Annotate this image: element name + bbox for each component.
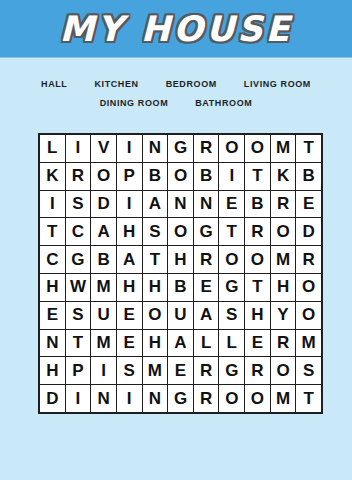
grid-cell[interactable]: N [143,135,168,162]
grid-cell[interactable]: S [296,357,321,384]
grid-cell[interactable]: O [219,385,244,412]
grid-cell[interactable]: H [168,246,193,273]
grid-cell[interactable]: G [219,274,244,301]
grid-cell[interactable]: I [40,191,65,218]
grid-cell[interactable]: T [66,330,91,357]
word-list-item: HALL [41,79,67,89]
grid-cell[interactable]: U [91,302,116,329]
grid-cell[interactable]: M [296,330,321,357]
grid-cell[interactable]: U [168,302,193,329]
grid-cell[interactable]: T [245,274,270,301]
grid-cell[interactable]: D [40,385,65,412]
grid-cell[interactable]: R [194,246,219,273]
grid-cell[interactable]: T [40,218,65,245]
grid-cell[interactable]: G [66,246,91,273]
grid-cell[interactable]: S [66,302,91,329]
grid-cell[interactable]: H [271,274,296,301]
grid-cell[interactable]: M [143,357,168,384]
grid-cell[interactable]: G [168,135,193,162]
grid-cell[interactable]: G [219,357,244,384]
grid-cell[interactable]: O [91,163,116,190]
word-list: HALLKITCHENBEDROOMLIVING ROOMDINING ROOM… [0,79,352,108]
grid-cell[interactable]: B [194,163,219,190]
grid-cell[interactable]: P [66,357,91,384]
grid-cell[interactable]: A [194,302,219,329]
grid-cell[interactable]: E [245,330,270,357]
grid-cell[interactable]: H [117,218,142,245]
grid-cell[interactable]: C [66,218,91,245]
grid-cell[interactable]: N [194,191,219,218]
grid-cell[interactable]: I [117,135,142,162]
grid-cell[interactable]: G [168,385,193,412]
grid-cell[interactable]: W [66,274,91,301]
grid-cell[interactable]: R [271,330,296,357]
grid-cell[interactable]: S [219,302,244,329]
grid-cell[interactable]: P [117,163,142,190]
grid-cell[interactable]: N [91,385,116,412]
grid-cell[interactable]: R [66,163,91,190]
grid-cell[interactable]: B [143,163,168,190]
grid-cell[interactable]: E [168,357,193,384]
word-list-item: BATHROOM [195,98,252,108]
grid-cell[interactable]: G [194,218,219,245]
grid-cell[interactable]: O [245,246,270,273]
grid-cell[interactable]: M [271,385,296,412]
word-list-row: HALLKITCHENBEDROOMLIVING ROOM [41,79,311,89]
grid-cell[interactable]: E [40,302,65,329]
grid-cell[interactable]: T [296,385,321,412]
word-search-grid: LIVINGROOMTKROPBOBITKBISDIANNEBRETCAHSOG… [38,133,323,414]
header: MY HOUSE [0,0,352,58]
grid-cell[interactable]: T [296,135,321,162]
grid-cell[interactable]: D [296,218,321,245]
grid-cell[interactable]: O [271,357,296,384]
grid-cell[interactable]: E [194,274,219,301]
grid-cell[interactable]: O [143,302,168,329]
grid-cell[interactable]: H [143,274,168,301]
grid-cell[interactable]: H [40,357,65,384]
grid-cell[interactable]: I [66,135,91,162]
grid-cell[interactable]: T [245,163,270,190]
grid-cell[interactable]: B [91,246,116,273]
grid-cell[interactable]: L [194,330,219,357]
grid-cell[interactable]: B [296,163,321,190]
grid-cell[interactable]: I [117,385,142,412]
puzzle-title: MY HOUSE [60,9,293,49]
grid-cell[interactable]: H [143,330,168,357]
grid-cell[interactable]: O [245,135,270,162]
grid-cell[interactable]: V [91,135,116,162]
grid-cell[interactable]: O [296,302,321,329]
grid-cell[interactable]: E [219,191,244,218]
grid-cell[interactable]: H [40,274,65,301]
grid-cell[interactable]: S [117,357,142,384]
grid-cell[interactable]: B [168,274,193,301]
grid-cell[interactable]: M [91,274,116,301]
grid-cell[interactable]: N [143,385,168,412]
grid-cell[interactable]: R [194,385,219,412]
grid-cell[interactable]: R [245,357,270,384]
grid-cell[interactable]: H [117,274,142,301]
grid-cell[interactable]: I [219,163,244,190]
grid-cell[interactable]: O [219,135,244,162]
grid-cell[interactable]: O [271,218,296,245]
grid-cell[interactable]: T [143,246,168,273]
grid-cell[interactable]: T [219,218,244,245]
word-list-item: LIVING ROOM [244,79,311,89]
grid-cell[interactable]: I [117,191,142,218]
grid-cell[interactable]: K [40,163,65,190]
grid-cell[interactable]: C [40,246,65,273]
grid-cell[interactable]: N [168,191,193,218]
grid-cell[interactable]: A [168,330,193,357]
grid-cell[interactable]: A [91,218,116,245]
grid-cell[interactable]: O [245,385,270,412]
grid-cell[interactable]: R [194,135,219,162]
grid-cell[interactable]: M [271,246,296,273]
grid-cell[interactable]: N [40,330,65,357]
word-list-row: DINING ROOMBATHROOM [100,98,253,108]
grid-cell[interactable]: D [91,191,116,218]
grid-cell[interactable]: R [245,218,270,245]
grid-cell[interactable]: Y [271,302,296,329]
grid-cell[interactable]: O [168,218,193,245]
grid-cell[interactable]: L [40,135,65,162]
grid-cell[interactable]: H [245,302,270,329]
grid-cell[interactable]: S [143,218,168,245]
grid-cell[interactable]: O [219,246,244,273]
grid-cell[interactable]: O [168,163,193,190]
grid-cell[interactable]: M [91,330,116,357]
grid-cell[interactable]: E [117,330,142,357]
grid-cell[interactable]: L [219,330,244,357]
grid-cell[interactable]: E [117,302,142,329]
grid-cell[interactable]: B [245,191,270,218]
grid-cell[interactable]: I [91,357,116,384]
word-list-item: DINING ROOM [100,98,169,108]
grid-cell[interactable]: R [194,357,219,384]
grid-cell[interactable]: O [296,274,321,301]
grid-cell[interactable]: I [66,385,91,412]
grid-cell[interactable]: S [66,191,91,218]
word-list-item: BEDROOM [166,79,217,89]
grid-cell[interactable]: M [271,135,296,162]
grid-cell[interactable]: R [296,246,321,273]
grid-cell[interactable]: K [271,163,296,190]
grid-cell[interactable]: E [296,191,321,218]
grid-cell[interactable]: A [117,246,142,273]
word-list-item: KITCHEN [94,79,138,89]
grid-cell[interactable]: A [143,191,168,218]
grid-cell[interactable]: R [271,191,296,218]
